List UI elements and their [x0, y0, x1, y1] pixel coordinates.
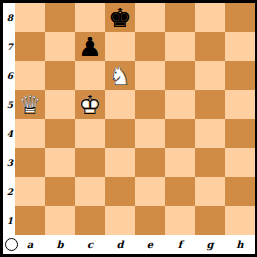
square-h6[interactable] — [225, 61, 255, 90]
black-pawn[interactable]: ♟♟ — [75, 32, 105, 61]
rank-labels-column: 87654321 — [3, 3, 15, 235]
square-b6[interactable] — [45, 61, 75, 90]
square-c3[interactable] — [75, 148, 105, 177]
square-g6[interactable] — [195, 61, 225, 90]
square-b3[interactable] — [45, 148, 75, 177]
chess-diagram: 87654321 ♚♚♟♟♞♘♛♕♚♔ abcdefgh — [0, 0, 257, 257]
black-pawn-fill-glyph: ♟ — [75, 32, 105, 61]
chess-board[interactable]: ♚♚♟♟♞♘♛♕♚♔ — [15, 3, 255, 235]
square-e5[interactable] — [135, 90, 165, 119]
square-g8[interactable] — [195, 3, 225, 32]
square-a6[interactable] — [15, 61, 45, 90]
square-h3[interactable] — [225, 148, 255, 177]
file-label-c: c — [75, 239, 105, 250]
rank-label-6: 6 — [3, 61, 15, 90]
square-e7[interactable] — [135, 32, 165, 61]
file-label-h: h — [225, 239, 255, 250]
square-h8[interactable] — [225, 3, 255, 32]
square-c5[interactable]: ♚♔ — [75, 90, 105, 119]
rank-label-3: 3 — [3, 148, 15, 177]
square-e3[interactable] — [135, 148, 165, 177]
white-queen-fill-glyph: ♛ — [15, 90, 45, 119]
square-f5[interactable] — [165, 90, 195, 119]
square-d3[interactable] — [105, 148, 135, 177]
black-king-fill-glyph: ♚ — [105, 3, 135, 32]
file-labels: abcdefgh — [15, 239, 255, 250]
white-king-fill-glyph: ♚ — [75, 90, 105, 119]
black-pawn-outline-glyph: ♟ — [75, 32, 105, 61]
square-d8[interactable]: ♚♚ — [105, 3, 135, 32]
square-d4[interactable] — [105, 119, 135, 148]
square-f3[interactable] — [165, 148, 195, 177]
white-knight[interactable]: ♞♘ — [105, 61, 135, 90]
file-label-b: b — [45, 239, 75, 250]
square-b2[interactable] — [45, 177, 75, 206]
square-f6[interactable] — [165, 61, 195, 90]
square-e2[interactable] — [135, 177, 165, 206]
file-label-a: a — [15, 239, 45, 250]
square-d1[interactable] — [105, 206, 135, 235]
square-e4[interactable] — [135, 119, 165, 148]
file-labels-row: abcdefgh — [3, 235, 255, 254]
square-a3[interactable] — [15, 148, 45, 177]
square-f2[interactable] — [165, 177, 195, 206]
white-to-move-indicator-icon — [5, 238, 18, 251]
square-e8[interactable] — [135, 3, 165, 32]
square-g7[interactable] — [195, 32, 225, 61]
square-h4[interactable] — [225, 119, 255, 148]
square-g2[interactable] — [195, 177, 225, 206]
square-d2[interactable] — [105, 177, 135, 206]
file-label-f: f — [165, 239, 195, 250]
square-d7[interactable] — [105, 32, 135, 61]
white-king[interactable]: ♚♔ — [75, 90, 105, 119]
rank-label-1: 1 — [3, 206, 15, 235]
file-label-e: e — [135, 239, 165, 250]
square-g3[interactable] — [195, 148, 225, 177]
square-f7[interactable] — [165, 32, 195, 61]
turn-indicator-slot — [3, 235, 15, 254]
square-d5[interactable] — [105, 90, 135, 119]
square-c7[interactable]: ♟♟ — [75, 32, 105, 61]
square-a5[interactable]: ♛♕ — [15, 90, 45, 119]
square-c4[interactable] — [75, 119, 105, 148]
white-knight-fill-glyph: ♞ — [105, 61, 135, 90]
black-king-outline-glyph: ♚ — [105, 3, 135, 32]
square-c8[interactable] — [75, 3, 105, 32]
square-g1[interactable] — [195, 206, 225, 235]
square-g4[interactable] — [195, 119, 225, 148]
rank-label-5: 5 — [3, 90, 15, 119]
rank-label-2: 2 — [3, 177, 15, 206]
square-d6[interactable]: ♞♘ — [105, 61, 135, 90]
square-h5[interactable] — [225, 90, 255, 119]
square-e6[interactable] — [135, 61, 165, 90]
square-c1[interactable] — [75, 206, 105, 235]
square-c6[interactable] — [75, 61, 105, 90]
file-label-g: g — [195, 239, 225, 250]
rank-label-8: 8 — [3, 3, 15, 32]
square-c2[interactable] — [75, 177, 105, 206]
square-a2[interactable] — [15, 177, 45, 206]
square-a4[interactable] — [15, 119, 45, 148]
square-f1[interactable] — [165, 206, 195, 235]
square-h1[interactable] — [225, 206, 255, 235]
square-f8[interactable] — [165, 3, 195, 32]
file-label-d: d — [105, 239, 135, 250]
square-e1[interactable] — [135, 206, 165, 235]
white-queen-outline-glyph: ♕ — [15, 90, 45, 119]
square-b4[interactable] — [45, 119, 75, 148]
rank-label-7: 7 — [3, 32, 15, 61]
white-knight-outline-glyph: ♘ — [105, 61, 135, 90]
square-a1[interactable] — [15, 206, 45, 235]
white-king-outline-glyph: ♔ — [75, 90, 105, 119]
square-b1[interactable] — [45, 206, 75, 235]
square-a7[interactable] — [15, 32, 45, 61]
square-b7[interactable] — [45, 32, 75, 61]
square-f4[interactable] — [165, 119, 195, 148]
black-king[interactable]: ♚♚ — [105, 3, 135, 32]
square-b5[interactable] — [45, 90, 75, 119]
white-queen[interactable]: ♛♕ — [15, 90, 45, 119]
square-g5[interactable] — [195, 90, 225, 119]
square-h2[interactable] — [225, 177, 255, 206]
square-a8[interactable] — [15, 3, 45, 32]
square-b8[interactable] — [45, 3, 75, 32]
rank-label-4: 4 — [3, 119, 15, 148]
square-h7[interactable] — [225, 32, 255, 61]
